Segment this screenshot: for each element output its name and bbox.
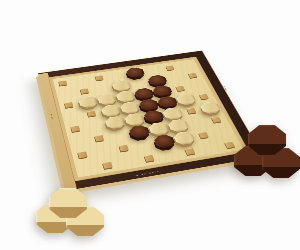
board-surface (53, 59, 244, 177)
square-marker (59, 80, 67, 86)
square-marker (94, 135, 104, 142)
brand-stamp-right: ·••··• (222, 86, 229, 91)
square-marker (80, 88, 89, 94)
square-marker (144, 154, 154, 161)
game-board: ·•·••·••·•· ·••··• ·••··• (38, 51, 263, 191)
square-marker (187, 108, 197, 114)
square-marker (166, 65, 175, 70)
square-marker (65, 102, 74, 108)
square-marker (103, 161, 113, 168)
square-marker (71, 125, 80, 132)
square-marker (78, 151, 88, 158)
square-marker (198, 132, 208, 139)
captured-dark-stack (236, 122, 300, 180)
square-marker (199, 94, 209, 100)
square-marker (188, 73, 197, 78)
square-marker (211, 116, 221, 122)
captured-light-stack (36, 184, 112, 240)
square-marker (95, 75, 104, 80)
square-marker (224, 141, 235, 148)
brand-stamp-front: ·•·••·••·•· (133, 170, 162, 178)
square-marker (87, 110, 96, 116)
square-marker (119, 144, 129, 151)
scene: ·•·••·••·•· ·••··• ·••··• (0, 0, 300, 250)
square-marker (185, 148, 196, 155)
board-grid (53, 59, 244, 177)
square-marker (176, 85, 185, 91)
